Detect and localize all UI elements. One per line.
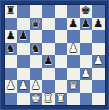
square-d3[interactable] — [42, 68, 55, 81]
square-f2[interactable]: ♛ — [67, 80, 80, 93]
square-f6[interactable] — [67, 30, 80, 43]
square-b8[interactable] — [17, 5, 30, 18]
square-e6[interactable] — [55, 30, 68, 43]
square-d2[interactable] — [42, 80, 55, 93]
square-d8[interactable] — [42, 5, 55, 18]
square-a1[interactable] — [5, 93, 18, 106]
square-c5[interactable]: ♞ — [30, 43, 43, 56]
white-rook-icon: ♜ — [43, 93, 53, 106]
white-pawn-icon: ♟ — [31, 80, 41, 93]
square-a6[interactable]: ♟ — [5, 30, 18, 43]
square-h4[interactable]: ♟ — [92, 55, 105, 68]
square-c2[interactable]: ♟ — [30, 80, 43, 93]
chess-board-frame: ♜♚♛♟♟♟♟♟♞♞♟♟♟♟♟♟♟♛♚♜♜ — [0, 0, 109, 110]
white-pawn-icon: ♟ — [68, 43, 78, 56]
square-e7[interactable] — [55, 18, 68, 31]
black-rook-icon: ♜ — [6, 5, 16, 18]
white-pawn-icon: ♟ — [81, 68, 91, 81]
square-h5[interactable] — [92, 43, 105, 56]
square-e4[interactable] — [55, 55, 68, 68]
square-e5[interactable] — [55, 43, 68, 56]
square-b3[interactable] — [17, 68, 30, 81]
square-h3[interactable] — [92, 68, 105, 81]
square-b5[interactable] — [17, 43, 30, 56]
chess-board: ♜♚♛♟♟♟♟♟♞♞♟♟♟♟♟♟♟♛♚♜♜ — [5, 5, 105, 105]
white-rook-icon: ♜ — [56, 93, 66, 106]
square-a2[interactable]: ♟ — [5, 80, 18, 93]
square-b2[interactable]: ♟ — [17, 80, 30, 93]
square-h2[interactable] — [92, 80, 105, 93]
square-a5[interactable]: ♞ — [5, 43, 18, 56]
square-c3[interactable] — [30, 68, 43, 81]
square-h7[interactable]: ♟ — [92, 18, 105, 31]
black-pawn-icon: ♟ — [68, 18, 78, 31]
square-c6[interactable] — [30, 30, 43, 43]
square-e8[interactable] — [55, 5, 68, 18]
square-c8[interactable] — [30, 5, 43, 18]
square-g2[interactable] — [80, 80, 93, 93]
square-g4[interactable] — [80, 55, 93, 68]
square-f5[interactable]: ♟ — [67, 43, 80, 56]
square-d6[interactable] — [42, 30, 55, 43]
square-d4[interactable]: ♟ — [42, 55, 55, 68]
black-knight-icon: ♞ — [31, 43, 41, 56]
square-a3[interactable] — [5, 68, 18, 81]
square-d7[interactable] — [42, 18, 55, 31]
square-h1[interactable] — [92, 93, 105, 106]
black-pawn-icon: ♟ — [93, 18, 103, 31]
square-f4[interactable] — [67, 55, 80, 68]
square-d5[interactable] — [42, 43, 55, 56]
black-queen-icon: ♛ — [31, 18, 41, 31]
white-pawn-icon: ♟ — [18, 80, 28, 93]
square-f3[interactable] — [67, 68, 80, 81]
square-g3[interactable]: ♟ — [80, 68, 93, 81]
white-king-icon: ♚ — [31, 93, 41, 106]
square-e1[interactable]: ♜ — [55, 93, 68, 106]
black-knight-icon: ♞ — [6, 43, 16, 56]
square-f7[interactable]: ♟ — [67, 18, 80, 31]
square-b6[interactable]: ♟ — [17, 30, 30, 43]
white-pawn-icon: ♟ — [6, 80, 16, 93]
square-e2[interactable] — [55, 80, 68, 93]
black-king-icon: ♚ — [81, 5, 91, 18]
square-e3[interactable] — [55, 68, 68, 81]
white-queen-icon: ♛ — [68, 80, 78, 93]
square-a4[interactable] — [5, 55, 18, 68]
square-g7[interactable]: ♟ — [80, 18, 93, 31]
square-g8[interactable]: ♚ — [80, 5, 93, 18]
white-pawn-icon: ♟ — [93, 55, 103, 68]
square-h8[interactable] — [92, 5, 105, 18]
square-g5[interactable] — [80, 43, 93, 56]
black-pawn-icon: ♟ — [18, 30, 28, 43]
square-b4[interactable] — [17, 55, 30, 68]
square-g1[interactable] — [80, 93, 93, 106]
black-pawn-icon: ♟ — [6, 30, 16, 43]
square-c1[interactable]: ♚ — [30, 93, 43, 106]
black-pawn-icon: ♟ — [43, 55, 53, 68]
square-c7[interactable]: ♛ — [30, 18, 43, 31]
square-b1[interactable] — [17, 93, 30, 106]
square-g6[interactable] — [80, 30, 93, 43]
square-f8[interactable] — [67, 5, 80, 18]
square-c4[interactable] — [30, 55, 43, 68]
square-d1[interactable]: ♜ — [42, 93, 55, 106]
square-f1[interactable] — [67, 93, 80, 106]
square-b7[interactable] — [17, 18, 30, 31]
black-pawn-icon: ♟ — [81, 18, 91, 31]
square-h6[interactable] — [92, 30, 105, 43]
square-a8[interactable]: ♜ — [5, 5, 18, 18]
square-a7[interactable] — [5, 18, 18, 31]
